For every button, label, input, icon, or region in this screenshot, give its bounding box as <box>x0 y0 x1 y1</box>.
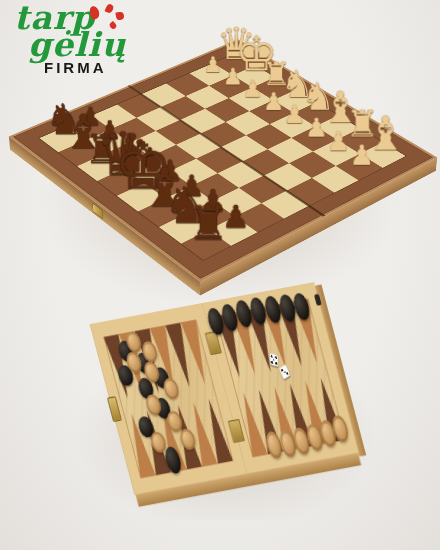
chess-piece-glyph: ♟ <box>331 141 392 169</box>
die-showing-3 <box>279 364 291 380</box>
logo-word-geliu: gėlių <box>28 31 164 58</box>
backgammon-case <box>90 282 359 495</box>
die-showing-5 <box>269 353 278 367</box>
logo-word-firma: FIRMA <box>44 59 164 76</box>
brand-logo: tarp gėlių FIRMA <box>14 4 164 76</box>
chess-piece-glyph: ♜ <box>176 200 242 247</box>
